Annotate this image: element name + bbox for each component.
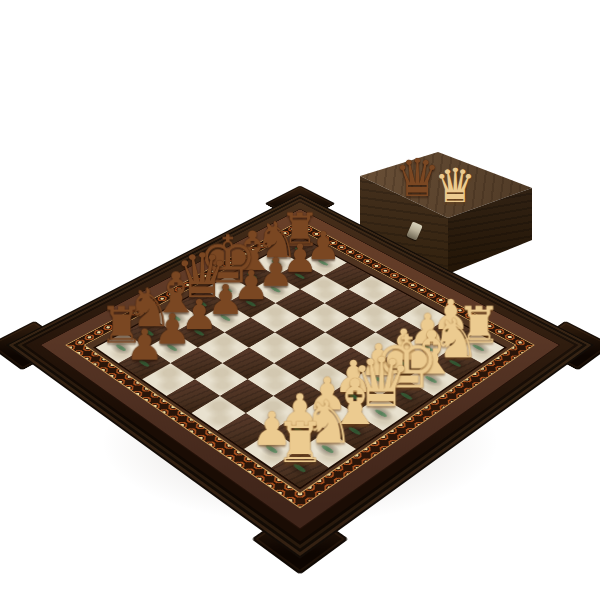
board-scene: ♜♟♟♜♞♟♟♞♝♟♟♝♚♟♟♚♛♟♟♛♝♟♟♝♞♟♟♞♜♟♟♜ bbox=[0, 0, 600, 600]
board-molded-edge: ♜♟♟♜♞♟♟♞♝♟♟♝♚♟♟♚♛♟♟♛♝♟♟♝♞♟♟♞♜♟♟♜ bbox=[6, 194, 594, 559]
board-field-margin: ♜♟♟♜♞♟♟♞♝♟♟♝♚♟♟♚♛♟♟♛♝♟♟♝♞♟♟♞♜♟♟♜ bbox=[84, 229, 517, 494]
piece-glyph: ♜ bbox=[250, 416, 351, 472]
board-mosaic-inlay: ♜♟♟♜♞♟♟♞♝♟♟♝♚♟♟♚♛♟♟♛♝♟♟♝♞♟♟♞♜♟♟♜ bbox=[65, 221, 535, 509]
photo-stage: ♛♛ ♜♟♟♜♞♟♟♞♝♟♟♝♚♟♟♚♛♟♟♛♝♟♟♝♞♟♟♞♜♟♟♜ bbox=[0, 0, 600, 600]
chess-board-grid: ♜♟♟♜♞♟♟♞♝♟♟♝♚♟♟♚♛♟♟♛♝♟♟♝♞♟♟♞♜♟♟♜ bbox=[93, 236, 507, 490]
board-outer-band: ♜♟♟♜♞♟♟♞♝♟♟♝♚♟♟♚♛♟♟♛♝♟♟♝♞♟♟♞♜♟♟♜ bbox=[40, 209, 560, 530]
square-a1: ♜ bbox=[272, 449, 329, 487]
chess-board: ♜♟♟♜♞♟♟♞♝♟♟♝♚♟♟♚♛♟♟♛♝♟♟♝♞♟♟♞♜♟♟♜ bbox=[6, 194, 594, 559]
piece-glyph: ♟ bbox=[99, 324, 191, 367]
